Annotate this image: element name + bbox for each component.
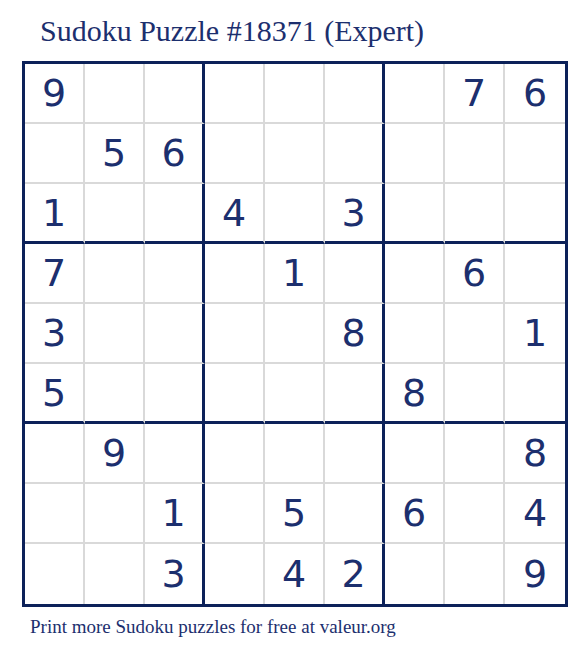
- cell-r2c6-empty[interactable]: [325, 124, 385, 184]
- page: Sudoku Puzzle #18371 (Expert) 9765614371…: [0, 0, 580, 651]
- cell-r9c6-given-2[interactable]: 2: [325, 544, 385, 604]
- cell-r2c4-empty[interactable]: [205, 124, 265, 184]
- cell-r5c9-given-1[interactable]: 1: [505, 304, 565, 364]
- cell-r6c2-empty[interactable]: [85, 364, 145, 424]
- cell-r8c9-given-4[interactable]: 4: [505, 484, 565, 544]
- cell-r6c4-empty[interactable]: [205, 364, 265, 424]
- cell-r9c4-empty[interactable]: [205, 544, 265, 604]
- cell-r8c7-given-6[interactable]: 6: [385, 484, 445, 544]
- cell-r6c5-empty[interactable]: [265, 364, 325, 424]
- cell-r6c8-empty[interactable]: [445, 364, 505, 424]
- cell-r7c2-given-9[interactable]: 9: [85, 424, 145, 484]
- cell-r9c9-given-9[interactable]: 9: [505, 544, 565, 604]
- cell-r3c3-empty[interactable]: [145, 184, 205, 244]
- cell-r2c9-empty[interactable]: [505, 124, 565, 184]
- cell-r7c6-empty[interactable]: [325, 424, 385, 484]
- puzzle-title: Sudoku Puzzle #18371 (Expert): [40, 14, 424, 48]
- cell-r7c3-empty[interactable]: [145, 424, 205, 484]
- cell-r7c5-empty[interactable]: [265, 424, 325, 484]
- cell-r8c5-given-5[interactable]: 5: [265, 484, 325, 544]
- cell-r8c3-given-1[interactable]: 1: [145, 484, 205, 544]
- sudoku-board: 97656143716381589815643429: [22, 61, 568, 607]
- cell-r5c5-empty[interactable]: [265, 304, 325, 364]
- cell-r9c2-empty[interactable]: [85, 544, 145, 604]
- cell-r3c1-given-1[interactable]: 1: [25, 184, 85, 244]
- cell-r1c4-empty[interactable]: [205, 64, 265, 124]
- cell-r1c6-empty[interactable]: [325, 64, 385, 124]
- cell-r4c6-empty[interactable]: [325, 244, 385, 304]
- cell-r8c4-empty[interactable]: [205, 484, 265, 544]
- cell-r1c9-given-6[interactable]: 6: [505, 64, 565, 124]
- cell-r4c3-empty[interactable]: [145, 244, 205, 304]
- cell-r5c7-empty[interactable]: [385, 304, 445, 364]
- cell-r7c1-empty[interactable]: [25, 424, 85, 484]
- cell-r8c2-empty[interactable]: [85, 484, 145, 544]
- cell-r2c2-given-5[interactable]: 5: [85, 124, 145, 184]
- cell-r3c4-given-4[interactable]: 4: [205, 184, 265, 244]
- cell-r9c7-empty[interactable]: [385, 544, 445, 604]
- cell-r8c6-empty[interactable]: [325, 484, 385, 544]
- cell-r9c5-given-4[interactable]: 4: [265, 544, 325, 604]
- cell-r2c3-given-6[interactable]: 6: [145, 124, 205, 184]
- cell-r4c9-empty[interactable]: [505, 244, 565, 304]
- cell-r3c7-empty[interactable]: [385, 184, 445, 244]
- cell-r5c2-empty[interactable]: [85, 304, 145, 364]
- cell-r3c8-empty[interactable]: [445, 184, 505, 244]
- cell-r4c2-empty[interactable]: [85, 244, 145, 304]
- footer-text: Print more Sudoku puzzles for free at va…: [30, 616, 396, 638]
- cell-r4c5-given-1[interactable]: 1: [265, 244, 325, 304]
- cell-r5c3-empty[interactable]: [145, 304, 205, 364]
- cell-r1c8-given-7[interactable]: 7: [445, 64, 505, 124]
- cell-r1c1-given-9[interactable]: 9: [25, 64, 85, 124]
- cell-r1c2-empty[interactable]: [85, 64, 145, 124]
- cell-r6c3-empty[interactable]: [145, 364, 205, 424]
- cell-r6c6-empty[interactable]: [325, 364, 385, 424]
- cell-r7c7-empty[interactable]: [385, 424, 445, 484]
- cell-r8c8-empty[interactable]: [445, 484, 505, 544]
- cell-r3c5-empty[interactable]: [265, 184, 325, 244]
- cell-r7c4-empty[interactable]: [205, 424, 265, 484]
- cell-r2c7-empty[interactable]: [385, 124, 445, 184]
- cell-r7c9-given-8[interactable]: 8: [505, 424, 565, 484]
- cell-r1c3-empty[interactable]: [145, 64, 205, 124]
- cell-r4c4-empty[interactable]: [205, 244, 265, 304]
- cell-r5c6-given-8[interactable]: 8: [325, 304, 385, 364]
- cell-r6c1-given-5[interactable]: 5: [25, 364, 85, 424]
- cell-r2c1-empty[interactable]: [25, 124, 85, 184]
- cell-r8c1-empty[interactable]: [25, 484, 85, 544]
- cell-r3c2-empty[interactable]: [85, 184, 145, 244]
- cell-r6c7-given-8[interactable]: 8: [385, 364, 445, 424]
- cell-r9c1-empty[interactable]: [25, 544, 85, 604]
- cell-r4c7-empty[interactable]: [385, 244, 445, 304]
- cell-r4c1-given-7[interactable]: 7: [25, 244, 85, 304]
- cell-r4c8-given-6[interactable]: 6: [445, 244, 505, 304]
- cell-r5c8-empty[interactable]: [445, 304, 505, 364]
- cell-r3c9-empty[interactable]: [505, 184, 565, 244]
- cell-r2c5-empty[interactable]: [265, 124, 325, 184]
- cell-r5c4-empty[interactable]: [205, 304, 265, 364]
- cell-r7c8-empty[interactable]: [445, 424, 505, 484]
- cell-r1c5-empty[interactable]: [265, 64, 325, 124]
- cell-r6c9-empty[interactable]: [505, 364, 565, 424]
- cell-r9c8-empty[interactable]: [445, 544, 505, 604]
- cell-r9c3-given-3[interactable]: 3: [145, 544, 205, 604]
- cell-r1c7-empty[interactable]: [385, 64, 445, 124]
- cell-r3c6-given-3[interactable]: 3: [325, 184, 385, 244]
- cell-r2c8-empty[interactable]: [445, 124, 505, 184]
- cell-r5c1-given-3[interactable]: 3: [25, 304, 85, 364]
